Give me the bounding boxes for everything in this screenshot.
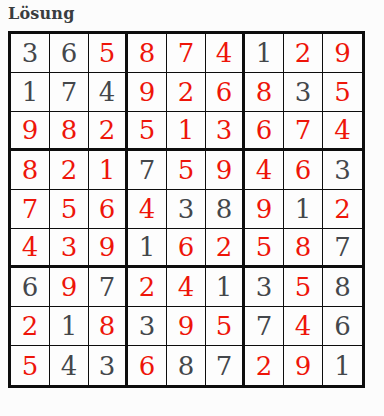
cell-r8c8: 4 xyxy=(284,307,323,346)
cell-r7c1: 6 xyxy=(11,268,50,307)
cell-r4c1: 8 xyxy=(11,151,50,190)
cell-r6c6: 2 xyxy=(206,229,245,268)
cell-r1c4: 8 xyxy=(128,34,167,73)
cell-r2c7: 8 xyxy=(245,73,284,112)
cell-r3c7: 6 xyxy=(245,112,284,151)
cell-r5c7: 9 xyxy=(245,190,284,229)
cell-r1c8: 2 xyxy=(284,34,323,73)
cell-r5c4: 4 xyxy=(128,190,167,229)
cell-r4c6: 9 xyxy=(206,151,245,190)
cell-r1c3: 5 xyxy=(89,34,128,73)
cell-r4c3: 1 xyxy=(89,151,128,190)
cell-r9c5: 8 xyxy=(167,346,206,385)
cell-r6c5: 6 xyxy=(167,229,206,268)
cell-r9c2: 4 xyxy=(50,346,89,385)
cell-r9c6: 7 xyxy=(206,346,245,385)
cell-r2c1: 1 xyxy=(11,73,50,112)
cell-r7c9: 8 xyxy=(323,268,362,307)
cell-r2c9: 5 xyxy=(323,73,362,112)
cell-r9c3: 3 xyxy=(89,346,128,385)
cell-r9c7: 2 xyxy=(245,346,284,385)
cell-r2c3: 4 xyxy=(89,73,128,112)
cell-r3c3: 2 xyxy=(89,112,128,151)
cell-r5c6: 8 xyxy=(206,190,245,229)
page-title: Lösung xyxy=(8,4,384,24)
cell-r1c7: 1 xyxy=(245,34,284,73)
cell-r5c1: 7 xyxy=(11,190,50,229)
cell-r8c6: 5 xyxy=(206,307,245,346)
cell-r6c2: 3 xyxy=(50,229,89,268)
cell-r8c7: 7 xyxy=(245,307,284,346)
cell-r8c2: 1 xyxy=(50,307,89,346)
cell-r2c6: 6 xyxy=(206,73,245,112)
cell-r8c9: 6 xyxy=(323,307,362,346)
cell-r9c4: 6 xyxy=(128,346,167,385)
cell-r1c5: 7 xyxy=(167,34,206,73)
cell-r5c8: 1 xyxy=(284,190,323,229)
cell-r5c2: 5 xyxy=(50,190,89,229)
cell-r4c9: 3 xyxy=(323,151,362,190)
cell-r8c3: 8 xyxy=(89,307,128,346)
cell-r8c5: 9 xyxy=(167,307,206,346)
cell-r1c6: 4 xyxy=(206,34,245,73)
cell-r3c4: 5 xyxy=(128,112,167,151)
cell-r4c2: 2 xyxy=(50,151,89,190)
cell-r8c1: 2 xyxy=(11,307,50,346)
cell-r1c9: 9 xyxy=(323,34,362,73)
cell-r5c9: 2 xyxy=(323,190,362,229)
cell-r4c8: 6 xyxy=(284,151,323,190)
cell-r7c7: 3 xyxy=(245,268,284,307)
cell-r4c7: 4 xyxy=(245,151,284,190)
cell-r4c4: 7 xyxy=(128,151,167,190)
cell-r2c5: 2 xyxy=(167,73,206,112)
cell-r3c6: 3 xyxy=(206,112,245,151)
cell-r3c2: 8 xyxy=(50,112,89,151)
cell-r4c5: 5 xyxy=(167,151,206,190)
cell-r1c2: 6 xyxy=(50,34,89,73)
cell-r7c6: 1 xyxy=(206,268,245,307)
sudoku-board: 3658741291749268359825136748217594637564… xyxy=(8,31,365,388)
cell-r6c7: 5 xyxy=(245,229,284,268)
cell-r5c3: 6 xyxy=(89,190,128,229)
cell-r9c8: 9 xyxy=(284,346,323,385)
cell-r6c3: 9 xyxy=(89,229,128,268)
cell-r3c1: 9 xyxy=(11,112,50,151)
cell-r7c8: 5 xyxy=(284,268,323,307)
cell-r2c2: 7 xyxy=(50,73,89,112)
page: Lösung 365874129174926835982513674821759… xyxy=(0,0,384,388)
cell-r8c4: 3 xyxy=(128,307,167,346)
cell-r7c4: 2 xyxy=(128,268,167,307)
cell-r6c4: 1 xyxy=(128,229,167,268)
cell-r3c8: 7 xyxy=(284,112,323,151)
cell-r6c1: 4 xyxy=(11,229,50,268)
cell-r9c1: 5 xyxy=(11,346,50,385)
cell-r3c9: 4 xyxy=(323,112,362,151)
cell-r5c5: 3 xyxy=(167,190,206,229)
cell-r7c2: 9 xyxy=(50,268,89,307)
cell-r3c5: 1 xyxy=(167,112,206,151)
cell-r7c3: 7 xyxy=(89,268,128,307)
cell-r7c5: 4 xyxy=(167,268,206,307)
cell-r6c9: 7 xyxy=(323,229,362,268)
cell-r2c8: 3 xyxy=(284,73,323,112)
cell-r9c9: 1 xyxy=(323,346,362,385)
cell-r1c1: 3 xyxy=(11,34,50,73)
cell-r2c4: 9 xyxy=(128,73,167,112)
cell-r6c8: 8 xyxy=(284,229,323,268)
